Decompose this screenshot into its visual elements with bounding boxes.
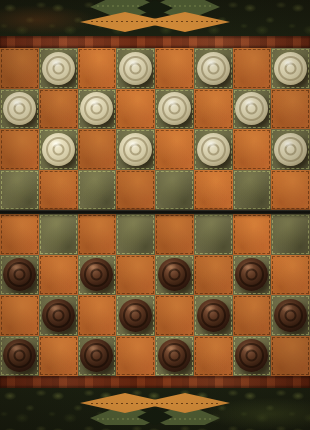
square-r7c7[interactable] <box>233 295 272 336</box>
brown-checker[interactable] <box>158 339 191 372</box>
checkers-set-photo <box>0 0 310 430</box>
square-r8c5[interactable] <box>155 336 194 377</box>
square-r3c1[interactable] <box>0 129 39 170</box>
square-r4c2[interactable] <box>39 170 78 211</box>
square-r6c4[interactable] <box>116 255 155 296</box>
square-r3c6[interactable] <box>194 129 233 170</box>
cream-checker[interactable] <box>3 92 36 125</box>
square-r5c3[interactable] <box>78 214 117 255</box>
square-r6c3[interactable] <box>78 255 117 296</box>
square-r3c4[interactable] <box>116 129 155 170</box>
diamond-motif-bottom <box>63 389 247 425</box>
cream-checker[interactable] <box>158 92 191 125</box>
brown-checker[interactable] <box>235 339 268 372</box>
square-r4c8[interactable] <box>271 170 310 211</box>
square-r4c4[interactable] <box>116 170 155 211</box>
square-r3c2[interactable] <box>39 129 78 170</box>
diamond-motif-top <box>63 0 247 36</box>
square-r4c7[interactable] <box>233 170 272 211</box>
cream-checker[interactable] <box>42 52 75 85</box>
square-r2c7[interactable] <box>233 89 272 130</box>
square-r7c4[interactable] <box>116 295 155 336</box>
square-r5c5[interactable] <box>155 214 194 255</box>
red-leather-strip-bottom <box>0 376 310 388</box>
square-r5c6[interactable] <box>194 214 233 255</box>
brown-checker[interactable] <box>119 299 152 332</box>
square-r8c8[interactable] <box>271 336 310 377</box>
square-r7c5[interactable] <box>155 295 194 336</box>
square-r5c7[interactable] <box>233 214 272 255</box>
brown-checker[interactable] <box>80 258 113 291</box>
brown-checker[interactable] <box>197 299 230 332</box>
square-r8c2[interactable] <box>39 336 78 377</box>
square-r2c3[interactable] <box>78 89 117 130</box>
brown-checker[interactable] <box>42 299 75 332</box>
square-r7c3[interactable] <box>78 295 117 336</box>
case-leather-border-bottom <box>0 388 310 430</box>
square-r7c6[interactable] <box>194 295 233 336</box>
square-r2c6[interactable] <box>194 89 233 130</box>
board-hinge-seam <box>0 210 310 214</box>
square-r5c2[interactable] <box>39 214 78 255</box>
brown-checker[interactable] <box>80 339 113 372</box>
square-r8c4[interactable] <box>116 336 155 377</box>
square-r2c4[interactable] <box>116 89 155 130</box>
cream-checker[interactable] <box>80 92 113 125</box>
square-r4c3[interactable] <box>78 170 117 211</box>
square-r1c8[interactable] <box>271 48 310 89</box>
cream-checker[interactable] <box>274 133 307 166</box>
square-r1c5[interactable] <box>155 48 194 89</box>
square-r1c4[interactable] <box>116 48 155 89</box>
square-r4c5[interactable] <box>155 170 194 211</box>
square-r1c3[interactable] <box>78 48 117 89</box>
square-r3c7[interactable] <box>233 129 272 170</box>
cream-checker[interactable] <box>119 133 152 166</box>
square-r7c8[interactable] <box>271 295 310 336</box>
cream-checker[interactable] <box>235 92 268 125</box>
red-leather-strip-top <box>0 36 310 48</box>
square-r4c6[interactable] <box>194 170 233 211</box>
square-r3c8[interactable] <box>271 129 310 170</box>
square-r6c8[interactable] <box>271 255 310 296</box>
square-r6c1[interactable] <box>0 255 39 296</box>
square-r3c5[interactable] <box>155 129 194 170</box>
board-top-half <box>0 48 310 210</box>
square-r8c6[interactable] <box>194 336 233 377</box>
cream-checker[interactable] <box>119 52 152 85</box>
square-r1c6[interactable] <box>194 48 233 89</box>
square-r5c8[interactable] <box>271 214 310 255</box>
square-r6c5[interactable] <box>155 255 194 296</box>
square-r4c1[interactable] <box>0 170 39 211</box>
square-r2c8[interactable] <box>271 89 310 130</box>
brown-checker[interactable] <box>274 299 307 332</box>
square-r6c7[interactable] <box>233 255 272 296</box>
square-r2c1[interactable] <box>0 89 39 130</box>
square-r2c5[interactable] <box>155 89 194 130</box>
square-r8c3[interactable] <box>78 336 117 377</box>
square-r7c1[interactable] <box>0 295 39 336</box>
brown-checker[interactable] <box>3 258 36 291</box>
brown-checker[interactable] <box>235 258 268 291</box>
brown-checker[interactable] <box>158 258 191 291</box>
square-r6c2[interactable] <box>39 255 78 296</box>
board-bottom-half <box>0 214 310 376</box>
brown-checker[interactable] <box>3 339 36 372</box>
square-r8c1[interactable] <box>0 336 39 377</box>
square-r5c4[interactable] <box>116 214 155 255</box>
cream-checker[interactable] <box>274 52 307 85</box>
square-r1c2[interactable] <box>39 48 78 89</box>
square-r5c1[interactable] <box>0 214 39 255</box>
cream-checker[interactable] <box>197 133 230 166</box>
square-r1c1[interactable] <box>0 48 39 89</box>
square-r1c7[interactable] <box>233 48 272 89</box>
cream-checker[interactable] <box>42 133 75 166</box>
square-r3c3[interactable] <box>78 129 117 170</box>
case-leather-border-top <box>0 0 310 36</box>
square-r6c6[interactable] <box>194 255 233 296</box>
square-r7c2[interactable] <box>39 295 78 336</box>
square-r8c7[interactable] <box>233 336 272 377</box>
cream-checker[interactable] <box>197 52 230 85</box>
square-r2c2[interactable] <box>39 89 78 130</box>
